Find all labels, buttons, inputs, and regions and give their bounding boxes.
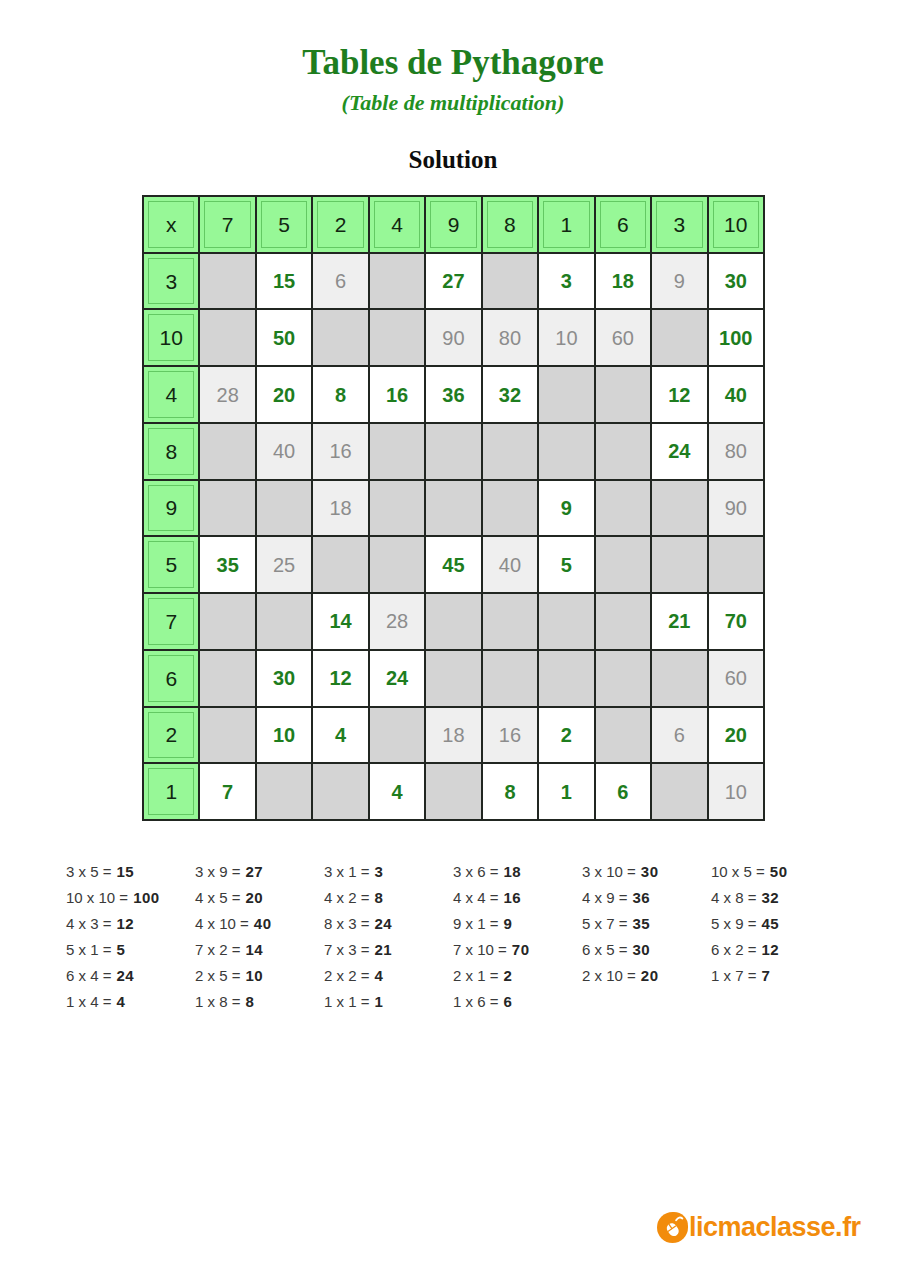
- grid-row-header: 2: [144, 708, 198, 763]
- equation-expression: 3 x 9 =: [195, 863, 240, 880]
- grid-cell-empty: [370, 708, 424, 763]
- equation-expression: 7 x 3 =: [324, 941, 369, 958]
- equation-item: 4 x 8 =32: [711, 884, 840, 910]
- equation-result: 24: [116, 967, 134, 984]
- grid-cell-answer: 30: [709, 254, 763, 309]
- grid-cell-answer: 15: [257, 254, 311, 309]
- grid-cell-empty: [426, 424, 480, 479]
- grid-column-header: 2: [313, 197, 367, 252]
- grid-cell-empty: [370, 424, 424, 479]
- equation-item: 4 x 5 =20: [195, 884, 324, 910]
- equation-item: 4 x 10 =40: [195, 910, 324, 936]
- grid-cell-empty: [596, 367, 650, 422]
- solution-heading: Solution: [0, 146, 906, 174]
- grid-cell-answer: 27: [426, 254, 480, 309]
- grid-cell-answer: 32: [483, 367, 537, 422]
- grid-cell-answer: 45: [426, 537, 480, 592]
- equation-result: 30: [641, 863, 659, 880]
- equation-expression: 1 x 6 =: [453, 993, 498, 1010]
- grid-cell-given: 6: [652, 708, 706, 763]
- equation-expression: 8 x 3 =: [324, 915, 369, 932]
- equation-expression: 2 x 2 =: [324, 967, 369, 984]
- equation-result: 35: [632, 915, 650, 932]
- equation-expression: 9 x 1 =: [453, 915, 498, 932]
- grid-cell-empty: [596, 651, 650, 706]
- grid-cell-answer: 24: [652, 424, 706, 479]
- equation-item: 1 x 7 =7: [711, 962, 840, 988]
- equation-result: 7: [761, 967, 770, 984]
- equation-expression: 1 x 8 =: [195, 993, 240, 1010]
- grid-cell-empty: [200, 708, 254, 763]
- grid-cell-empty: [483, 424, 537, 479]
- grid-cell-empty: [652, 651, 706, 706]
- grid-cell-empty: [313, 764, 367, 819]
- grid-cell-answer: 21: [652, 594, 706, 649]
- grid-cell-given: 28: [200, 367, 254, 422]
- grid-row-header: 1: [144, 764, 198, 819]
- grid-row-header: 9: [144, 481, 198, 536]
- equation-item: 3 x 6 =18: [453, 858, 582, 884]
- grid-cell-empty: [200, 594, 254, 649]
- equation-item: 5 x 1 =5: [66, 936, 195, 962]
- equation-result: 9: [503, 915, 512, 932]
- equation-result: 1: [374, 993, 383, 1010]
- grid-cell-empty: [652, 764, 706, 819]
- equation-item: 1 x 8 =8: [195, 988, 324, 1014]
- equation-result: 36: [632, 889, 650, 906]
- grid-corner-cell: x: [144, 197, 198, 252]
- worksheet-page: { "page": { "title": "Tables de Pythagor…: [0, 0, 906, 1280]
- grid-cell-empty: [483, 254, 537, 309]
- equation-column: 10 x 5 =504 x 8 =325 x 9 =456 x 2 =121 x…: [711, 858, 840, 988]
- equation-expression: 7 x 10 =: [453, 941, 507, 958]
- grid-column-header: 1: [539, 197, 593, 252]
- grid-cell-empty: [200, 651, 254, 706]
- equation-item: 3 x 9 =27: [195, 858, 324, 884]
- equation-expression: 4 x 9 =: [582, 889, 627, 906]
- equation-expression: 5 x 9 =: [711, 915, 756, 932]
- equation-item: 2 x 2 =4: [324, 962, 453, 988]
- equation-column: 3 x 5 =1510 x 10 =1004 x 3 =125 x 1 =56 …: [66, 858, 195, 1014]
- equation-result: 4: [116, 993, 125, 1010]
- grid-cell-given: 18: [313, 481, 367, 536]
- grid-cell-given: 16: [483, 708, 537, 763]
- grid-cell-empty: [200, 424, 254, 479]
- equation-column: 3 x 10 =304 x 9 =365 x 7 =356 x 5 =302 x…: [582, 858, 711, 988]
- equation-item: 10 x 10 =100: [66, 884, 195, 910]
- equation-result: 30: [632, 941, 650, 958]
- grid-cell-answer: 12: [652, 367, 706, 422]
- grid-cell-answer: 35: [200, 537, 254, 592]
- equation-result: 15: [116, 863, 134, 880]
- equation-item: 7 x 2 =14: [195, 936, 324, 962]
- equation-expression: 4 x 4 =: [453, 889, 498, 906]
- equation-expression: 3 x 5 =: [66, 863, 111, 880]
- grid-cell-empty: [652, 310, 706, 365]
- grid-cell-empty: [596, 481, 650, 536]
- grid-cell-given: 25: [257, 537, 311, 592]
- equation-result: 18: [503, 863, 521, 880]
- grid-cell-given: 80: [483, 310, 537, 365]
- grid-cell-answer: 1: [539, 764, 593, 819]
- grid-cell-empty: [652, 537, 706, 592]
- grid-cell-answer: 2: [539, 708, 593, 763]
- grid-cell-answer: 9: [539, 481, 593, 536]
- equation-item: 10 x 5 =50: [711, 858, 840, 884]
- equation-expression: 2 x 1 =: [453, 967, 498, 984]
- grid-cell-answer: 20: [257, 367, 311, 422]
- equation-item: 8 x 3 =24: [324, 910, 453, 936]
- grid-row-header: 3: [144, 254, 198, 309]
- grid-column-header: 7: [200, 197, 254, 252]
- equation-item: 6 x 2 =12: [711, 936, 840, 962]
- grid-column-header: 5: [257, 197, 311, 252]
- equation-expression: 4 x 8 =: [711, 889, 756, 906]
- equation-result: 70: [512, 941, 530, 958]
- equation-result: 32: [761, 889, 779, 906]
- grid-row-header: 6: [144, 651, 198, 706]
- grid-cell-given: 60: [709, 651, 763, 706]
- grid-cell-given: 90: [426, 310, 480, 365]
- equation-item: 1 x 1 =1: [324, 988, 453, 1014]
- grid-cell-empty: [200, 481, 254, 536]
- grid-row-header: 8: [144, 424, 198, 479]
- grid-row-header: 7: [144, 594, 198, 649]
- equation-expression: 1 x 4 =: [66, 993, 111, 1010]
- grid-row-header: 5: [144, 537, 198, 592]
- grid-cell-given: 90: [709, 481, 763, 536]
- grid-cell-empty: [709, 537, 763, 592]
- grid-row-header: 10: [144, 310, 198, 365]
- equation-column: 3 x 6 =184 x 4 =169 x 1 =97 x 10 =702 x …: [453, 858, 582, 1014]
- equation-item: 5 x 9 =45: [711, 910, 840, 936]
- logo-text: licmaclasse.fr: [689, 1214, 861, 1241]
- equation-column: 3 x 1 =34 x 2 =88 x 3 =247 x 3 =212 x 2 …: [324, 858, 453, 1014]
- equation-result: 5: [116, 941, 125, 958]
- grid-cell-empty: [596, 424, 650, 479]
- equation-item: 4 x 4 =16: [453, 884, 582, 910]
- grid-cell-empty: [257, 764, 311, 819]
- equation-result: 3: [374, 863, 383, 880]
- grid-cell-empty: [596, 537, 650, 592]
- equation-column: 3 x 9 =274 x 5 =204 x 10 =407 x 2 =142 x…: [195, 858, 324, 1014]
- equation-expression: 2 x 10 =: [582, 967, 636, 984]
- grid-cell-answer: 5: [539, 537, 593, 592]
- page-title: Tables de Pythagore: [0, 44, 906, 83]
- equation-result: 10: [245, 967, 263, 984]
- grid-column-header: 3: [652, 197, 706, 252]
- grid-cell-answer: 70: [709, 594, 763, 649]
- grid-cell-empty: [257, 594, 311, 649]
- grid-cell-empty: [370, 481, 424, 536]
- grid-cell-answer: 16: [370, 367, 424, 422]
- equation-expression: 3 x 1 =: [324, 863, 369, 880]
- grid-cell-empty: [313, 310, 367, 365]
- equation-result: 21: [374, 941, 392, 958]
- grid-cell-empty: [426, 481, 480, 536]
- grid-cell-empty: [257, 481, 311, 536]
- grid-row-header: 4: [144, 367, 198, 422]
- grid-cell-empty: [539, 594, 593, 649]
- grid-column-header: 4: [370, 197, 424, 252]
- grid-cell-answer: 12: [313, 651, 367, 706]
- grid-cell-answer: 20: [709, 708, 763, 763]
- grid-cell-empty: [370, 254, 424, 309]
- grid-cell-answer: 7: [200, 764, 254, 819]
- equation-item: 7 x 10 =70: [453, 936, 582, 962]
- equation-item: 2 x 5 =10: [195, 962, 324, 988]
- equation-item: 6 x 5 =30: [582, 936, 711, 962]
- equation-result: 100: [133, 889, 160, 906]
- equation-expression: 4 x 3 =: [66, 915, 111, 932]
- grid-cell-empty: [596, 594, 650, 649]
- equation-result: 2: [503, 967, 512, 984]
- pythagoras-grid: x752498163103156273189301050908010601004…: [142, 195, 765, 821]
- grid-cell-answer: 3: [539, 254, 593, 309]
- equation-expression: 4 x 5 =: [195, 889, 240, 906]
- equation-expression: 10 x 5 =: [711, 863, 765, 880]
- equation-expression: 2 x 5 =: [195, 967, 240, 984]
- grid-cell-given: 40: [257, 424, 311, 479]
- equation-expression: 6 x 5 =: [582, 941, 627, 958]
- equation-item: 3 x 5 =15: [66, 858, 195, 884]
- grid-cell-empty: [483, 481, 537, 536]
- equation-result: 50: [770, 863, 788, 880]
- grid-cell-answer: 4: [370, 764, 424, 819]
- equation-expression: 4 x 10 =: [195, 915, 249, 932]
- equation-expression: 4 x 2 =: [324, 889, 369, 906]
- grid-cell-answer: 10: [257, 708, 311, 763]
- grid-cell-given: 10: [539, 310, 593, 365]
- grid-cell-given: 60: [596, 310, 650, 365]
- equation-expression: 1 x 7 =: [711, 967, 756, 984]
- grid-cell-answer: 36: [426, 367, 480, 422]
- header-block: Tables de Pythagore (Table de multiplica…: [0, 0, 906, 173]
- equation-result: 24: [374, 915, 392, 932]
- equation-result: 12: [761, 941, 779, 958]
- equation-expression: 10 x 10 =: [66, 889, 128, 906]
- grid-cell-given: 16: [313, 424, 367, 479]
- equation-expression: 7 x 2 =: [195, 941, 240, 958]
- grid-cell-given: 40: [483, 537, 537, 592]
- grid-column-header: 9: [426, 197, 480, 252]
- grid-cell-answer: 100: [709, 310, 763, 365]
- equation-result: 20: [245, 889, 263, 906]
- equation-result: 40: [254, 915, 272, 932]
- equation-expression: 1 x 1 =: [324, 993, 369, 1010]
- equation-item: 3 x 10 =30: [582, 858, 711, 884]
- grid-cell-empty: [426, 651, 480, 706]
- grid-cell-empty: [539, 367, 593, 422]
- equation-result: 8: [374, 889, 383, 906]
- mouse-icon: [657, 1212, 688, 1243]
- equation-result: 8: [245, 993, 254, 1010]
- equation-expression: 5 x 1 =: [66, 941, 111, 958]
- equation-result: 45: [761, 915, 779, 932]
- equation-item: 2 x 10 =20: [582, 962, 711, 988]
- grid-cell-empty: [426, 594, 480, 649]
- site-logo: licmaclasse.fr: [657, 1212, 861, 1243]
- grid-cell-empty: [370, 537, 424, 592]
- grid-cell-answer: 6: [596, 764, 650, 819]
- equation-result: 6: [503, 993, 512, 1010]
- grid-cell-empty: [596, 708, 650, 763]
- grid-cell-answer: 30: [257, 651, 311, 706]
- page-subtitle: (Table de multiplication): [0, 91, 906, 115]
- grid-cell-given: 80: [709, 424, 763, 479]
- grid-cell-empty: [200, 310, 254, 365]
- grid-cell-answer: 18: [596, 254, 650, 309]
- grid-cell-given: 6: [313, 254, 367, 309]
- equation-result: 4: [374, 967, 383, 984]
- equation-item: 9 x 1 =9: [453, 910, 582, 936]
- equation-expression: 6 x 2 =: [711, 941, 756, 958]
- equation-item: 3 x 1 =3: [324, 858, 453, 884]
- grid-cell-empty: [426, 764, 480, 819]
- grid-cell-answer: 8: [313, 367, 367, 422]
- grid-cell-given: 9: [652, 254, 706, 309]
- grid-cell-empty: [539, 424, 593, 479]
- grid-cell-empty: [652, 481, 706, 536]
- equation-item: 1 x 4 =4: [66, 988, 195, 1014]
- equation-item: 4 x 3 =12: [66, 910, 195, 936]
- equation-expression: 3 x 6 =: [453, 863, 498, 880]
- grid-cell-answer: 8: [483, 764, 537, 819]
- equations-list: 3 x 5 =1510 x 10 =1004 x 3 =125 x 1 =56 …: [66, 858, 840, 1014]
- grid-cell-given: 18: [426, 708, 480, 763]
- grid-cell-answer: 50: [257, 310, 311, 365]
- equation-result: 20: [641, 967, 659, 984]
- grid-cell-given: 10: [709, 764, 763, 819]
- equation-item: 5 x 7 =35: [582, 910, 711, 936]
- grid-cell-answer: 40: [709, 367, 763, 422]
- equation-item: 4 x 2 =8: [324, 884, 453, 910]
- equation-expression: 3 x 10 =: [582, 863, 636, 880]
- equation-result: 12: [116, 915, 134, 932]
- grid-column-header: 6: [596, 197, 650, 252]
- grid-column-header: 10: [709, 197, 763, 252]
- grid-cell-empty: [539, 651, 593, 706]
- equation-item: 7 x 3 =21: [324, 936, 453, 962]
- equation-result: 16: [503, 889, 521, 906]
- grid-cell-answer: 14: [313, 594, 367, 649]
- equation-item: 1 x 6 =6: [453, 988, 582, 1014]
- grid-column-header: 8: [483, 197, 537, 252]
- grid-cell-empty: [483, 651, 537, 706]
- grid-cell-answer: 4: [313, 708, 367, 763]
- equation-expression: 6 x 4 =: [66, 967, 111, 984]
- equation-item: 2 x 1 =2: [453, 962, 582, 988]
- equation-item: 6 x 4 =24: [66, 962, 195, 988]
- grid-cell-answer: 24: [370, 651, 424, 706]
- grid-cell-given: 28: [370, 594, 424, 649]
- equation-item: 4 x 9 =36: [582, 884, 711, 910]
- grid-cell-empty: [483, 594, 537, 649]
- equation-result: 14: [245, 941, 263, 958]
- equation-result: 27: [245, 863, 263, 880]
- grid-cell-empty: [370, 310, 424, 365]
- grid-cell-empty: [200, 254, 254, 309]
- equation-expression: 5 x 7 =: [582, 915, 627, 932]
- grid-cell-empty: [313, 537, 367, 592]
